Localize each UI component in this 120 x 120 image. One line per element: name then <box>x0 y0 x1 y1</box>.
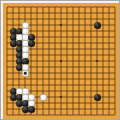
white-stone <box>40 94 47 101</box>
goban-frame <box>0 0 120 120</box>
last-move-marker <box>24 72 27 75</box>
goban[interactable] <box>3 3 119 119</box>
black-stone <box>28 40 35 47</box>
black-stone <box>28 106 35 113</box>
stone-layer <box>4 4 118 118</box>
white-stone <box>22 70 29 77</box>
black-stone <box>94 22 101 29</box>
black-stone <box>94 94 101 101</box>
